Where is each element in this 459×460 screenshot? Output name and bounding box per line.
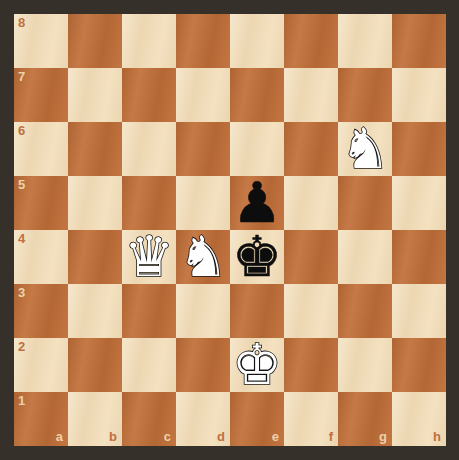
rank-label-7: 7 bbox=[18, 70, 25, 84]
square-e4[interactable]: ♚ bbox=[230, 230, 284, 284]
file-label-f: f bbox=[329, 430, 333, 444]
rank-label-3: 3 bbox=[18, 286, 25, 300]
black-king-piece[interactable]: ♚ bbox=[232, 230, 282, 284]
square-a5[interactable]: 5 bbox=[14, 176, 68, 230]
square-d3[interactable] bbox=[176, 284, 230, 338]
square-f4[interactable] bbox=[284, 230, 338, 284]
square-g1[interactable]: g bbox=[338, 392, 392, 446]
square-f3[interactable] bbox=[284, 284, 338, 338]
square-h1[interactable]: h bbox=[392, 392, 446, 446]
square-b1[interactable]: b bbox=[68, 392, 122, 446]
square-f1[interactable]: f bbox=[284, 392, 338, 446]
square-f5[interactable] bbox=[284, 176, 338, 230]
square-h3[interactable] bbox=[392, 284, 446, 338]
file-label-h: h bbox=[433, 430, 441, 444]
file-label-a: a bbox=[56, 430, 63, 444]
rank-label-5: 5 bbox=[18, 178, 25, 192]
square-b7[interactable] bbox=[68, 68, 122, 122]
rank-label-4: 4 bbox=[18, 232, 25, 246]
square-b4[interactable] bbox=[68, 230, 122, 284]
square-c2[interactable] bbox=[122, 338, 176, 392]
square-c6[interactable] bbox=[122, 122, 176, 176]
white-king-piece[interactable]: ♚ bbox=[232, 338, 282, 392]
rank-label-6: 6 bbox=[18, 124, 25, 138]
square-a3[interactable]: 3 bbox=[14, 284, 68, 338]
square-g7[interactable] bbox=[338, 68, 392, 122]
square-g5[interactable] bbox=[338, 176, 392, 230]
chess-board: 876♞5♟4♛♞♚32♚1abcdefgh bbox=[14, 14, 446, 446]
square-b6[interactable] bbox=[68, 122, 122, 176]
square-c8[interactable] bbox=[122, 14, 176, 68]
square-d7[interactable] bbox=[176, 68, 230, 122]
square-b8[interactable] bbox=[68, 14, 122, 68]
square-h4[interactable] bbox=[392, 230, 446, 284]
square-g8[interactable] bbox=[338, 14, 392, 68]
square-d2[interactable] bbox=[176, 338, 230, 392]
square-d5[interactable] bbox=[176, 176, 230, 230]
file-label-g: g bbox=[379, 430, 387, 444]
square-d6[interactable] bbox=[176, 122, 230, 176]
square-a8[interactable]: 8 bbox=[14, 14, 68, 68]
square-e3[interactable] bbox=[230, 284, 284, 338]
square-g2[interactable] bbox=[338, 338, 392, 392]
square-e7[interactable] bbox=[230, 68, 284, 122]
square-g6[interactable]: ♞ bbox=[338, 122, 392, 176]
file-label-d: d bbox=[217, 430, 225, 444]
square-c4[interactable]: ♛ bbox=[122, 230, 176, 284]
file-label-c: c bbox=[164, 430, 171, 444]
square-h8[interactable] bbox=[392, 14, 446, 68]
board-frame: 876♞5♟4♛♞♚32♚1abcdefgh bbox=[0, 0, 459, 460]
square-e5[interactable]: ♟ bbox=[230, 176, 284, 230]
square-c1[interactable]: c bbox=[122, 392, 176, 446]
square-d8[interactable] bbox=[176, 14, 230, 68]
square-h6[interactable] bbox=[392, 122, 446, 176]
square-g3[interactable] bbox=[338, 284, 392, 338]
square-d1[interactable]: d bbox=[176, 392, 230, 446]
square-a1[interactable]: 1a bbox=[14, 392, 68, 446]
square-h7[interactable] bbox=[392, 68, 446, 122]
square-h5[interactable] bbox=[392, 176, 446, 230]
black-pawn-piece[interactable]: ♟ bbox=[232, 176, 282, 230]
white-knight-piece[interactable]: ♞ bbox=[178, 230, 228, 284]
square-d4[interactable]: ♞ bbox=[176, 230, 230, 284]
square-h2[interactable] bbox=[392, 338, 446, 392]
square-c5[interactable] bbox=[122, 176, 176, 230]
rank-label-1: 1 bbox=[18, 394, 25, 408]
white-knight-piece[interactable]: ♞ bbox=[340, 122, 390, 176]
square-e6[interactable] bbox=[230, 122, 284, 176]
square-c3[interactable] bbox=[122, 284, 176, 338]
square-f2[interactable] bbox=[284, 338, 338, 392]
square-b3[interactable] bbox=[68, 284, 122, 338]
square-e1[interactable]: e bbox=[230, 392, 284, 446]
square-a7[interactable]: 7 bbox=[14, 68, 68, 122]
square-f6[interactable] bbox=[284, 122, 338, 176]
rank-label-2: 2 bbox=[18, 340, 25, 354]
square-f7[interactable] bbox=[284, 68, 338, 122]
square-b2[interactable] bbox=[68, 338, 122, 392]
white-queen-piece[interactable]: ♛ bbox=[124, 230, 174, 284]
square-b5[interactable] bbox=[68, 176, 122, 230]
square-e2[interactable]: ♚ bbox=[230, 338, 284, 392]
square-a4[interactable]: 4 bbox=[14, 230, 68, 284]
square-a6[interactable]: 6 bbox=[14, 122, 68, 176]
square-e8[interactable] bbox=[230, 14, 284, 68]
square-a2[interactable]: 2 bbox=[14, 338, 68, 392]
file-label-e: e bbox=[272, 430, 279, 444]
file-label-b: b bbox=[109, 430, 117, 444]
square-f8[interactable] bbox=[284, 14, 338, 68]
square-g4[interactable] bbox=[338, 230, 392, 284]
square-c7[interactable] bbox=[122, 68, 176, 122]
rank-label-8: 8 bbox=[18, 16, 25, 30]
